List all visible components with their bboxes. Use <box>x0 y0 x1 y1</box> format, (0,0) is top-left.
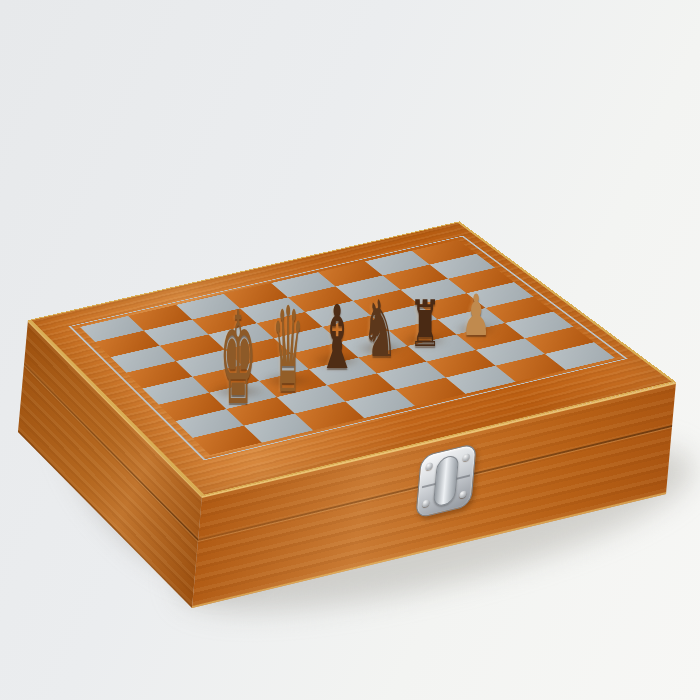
product-photo-stage: ♟♜♞♝♛♚ <box>0 0 700 700</box>
metal-clasp <box>415 443 477 519</box>
